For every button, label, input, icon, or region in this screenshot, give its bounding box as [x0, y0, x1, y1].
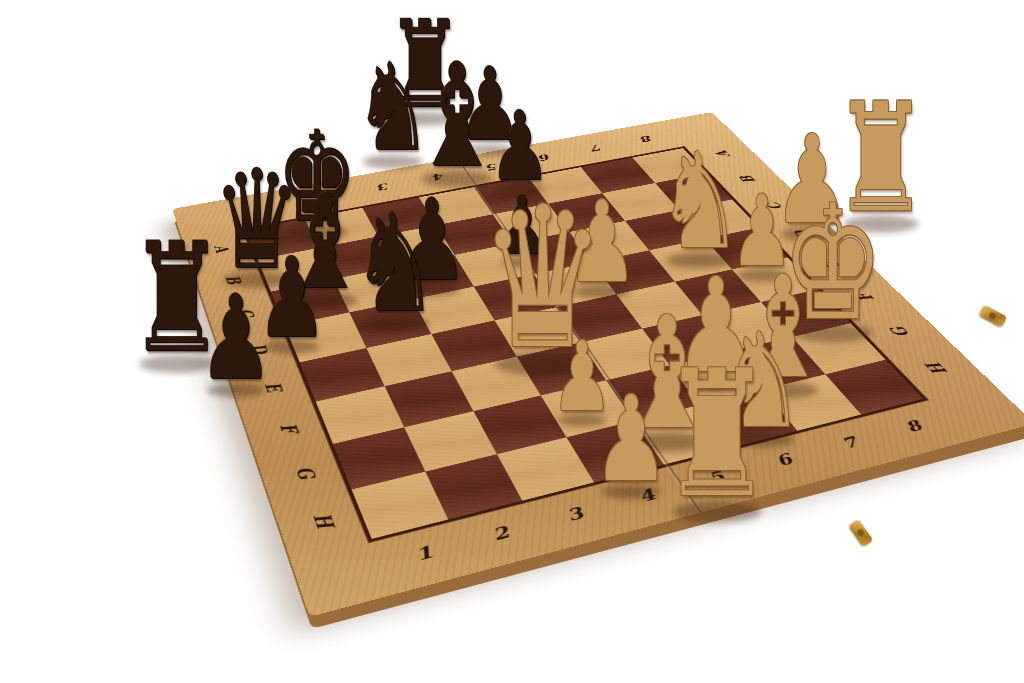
knight-glyph: ♞ — [351, 196, 438, 331]
chess-set-photo: AABBCCDDEEFFGGHH8877665544332211 ♜♟♞♝♟♜♚… — [0, 0, 1024, 683]
pawn-glyph: ♟ — [593, 380, 669, 498]
black-pawn-a7[interactable]: ♟ — [236, 388, 340, 504]
pawn-glyph: ♟ — [199, 280, 274, 396]
rook-glyph: ♜ — [661, 347, 774, 522]
white-rook-a1[interactable]: ♜ — [717, 510, 874, 683]
